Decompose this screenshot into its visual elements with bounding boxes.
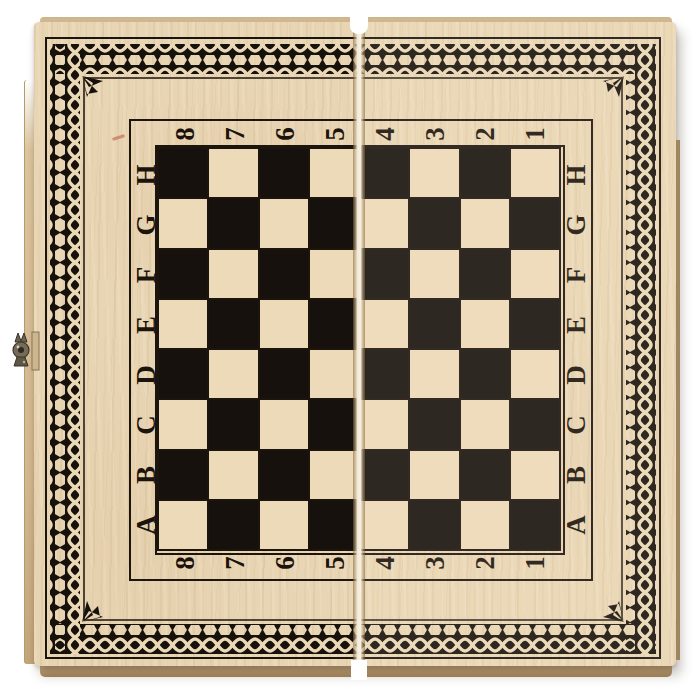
coord-label-bottom-7: 7 [220,538,250,588]
coord-label-left-h: H [131,150,161,200]
square-d6[interactable] [260,350,308,398]
square-c5[interactable] [310,400,358,448]
square-b8[interactable] [159,451,207,499]
square-e5[interactable] [310,300,358,348]
square-c8[interactable] [159,400,207,448]
square-d5[interactable] [310,350,358,398]
coord-label-top-5: 5 [320,109,350,159]
brass-clasp-icon [6,328,40,374]
square-d8[interactable] [159,350,207,398]
coord-label-left-e: E [131,300,161,350]
square-b6[interactable] [260,451,308,499]
square-b7[interactable] [209,451,257,499]
square-f8[interactable] [159,250,207,298]
square-e7[interactable] [209,300,257,348]
fold-seam-notch [351,660,367,680]
square-g5[interactable] [310,199,358,247]
square-g6[interactable] [260,199,308,247]
coord-label-top-6: 6 [270,109,300,159]
square-e8[interactable] [159,300,207,348]
square-f7[interactable] [209,250,257,298]
square-g8[interactable] [159,199,207,247]
coord-label-bottom-8: 8 [170,538,200,588]
coord-label-top-8: 8 [170,109,200,159]
coord-label-left-f: F [131,250,161,300]
coord-label-top-7: 7 [220,109,250,159]
coord-label-left-b: B [131,450,161,500]
coord-label-bottom-5: 5 [320,538,350,588]
square-e6[interactable] [260,300,308,348]
coord-label-left-a: A [131,500,161,550]
square-c7[interactable] [209,400,257,448]
square-d7[interactable] [209,350,257,398]
square-c6[interactable] [260,400,308,448]
product-photo-canvas: { "game": "chess", "scene": { "descripti… [0,0,700,700]
coord-label-left-g: G [131,200,161,250]
coord-label-bottom-6: 6 [270,538,300,588]
square-f5[interactable] [310,250,358,298]
coord-label-left-c: C [131,400,161,450]
square-g7[interactable] [209,199,257,247]
square-b5[interactable] [310,451,358,499]
fold-seam-notch [350,10,368,34]
fold-seam [353,19,365,667]
right-half-tint [354,22,676,666]
square-f6[interactable] [260,250,308,298]
coord-label-left-d: D [131,350,161,400]
